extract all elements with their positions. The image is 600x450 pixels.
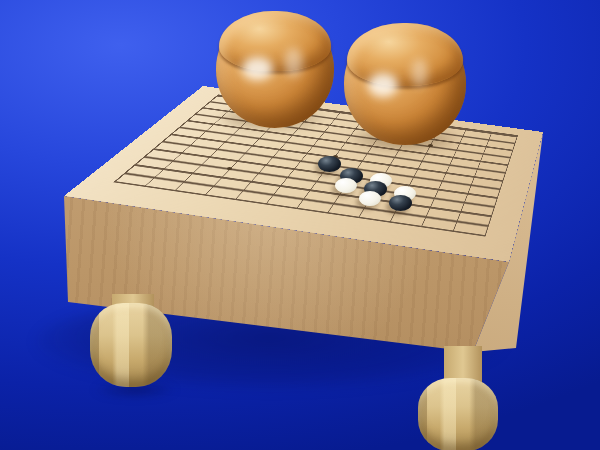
white-stone-H4	[335, 178, 357, 193]
go-bowl-left-lid	[219, 11, 331, 71]
left-leg	[90, 303, 172, 387]
black-stone-G6	[318, 156, 341, 172]
right-leg	[418, 378, 498, 450]
right-leg-neck	[444, 346, 482, 382]
scene-photo	[0, 0, 600, 450]
go-bowl-right-lid	[347, 23, 463, 85]
go-bowl-right	[344, 25, 466, 145]
left-bowl-highlight-2	[284, 48, 303, 78]
white-stone-J3	[359, 191, 381, 206]
star-point	[227, 167, 232, 170]
go-bowl-left	[216, 13, 334, 128]
right-bowl-highlight	[368, 73, 397, 97]
black-stone-K3	[389, 195, 412, 211]
left-bowl-highlight	[242, 57, 273, 80]
